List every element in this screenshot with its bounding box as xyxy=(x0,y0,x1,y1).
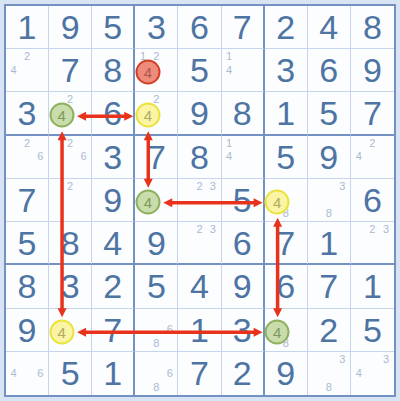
digit: 6 xyxy=(308,49,350,91)
cell-r5c6[interactable]: 5 xyxy=(222,179,265,222)
cell-r4c3[interactable]: 3 xyxy=(92,136,135,179)
cell-r9c3[interactable]: 1 xyxy=(92,352,135,395)
digit: 4 xyxy=(308,6,350,48)
cell-r9c8[interactable]: 38 xyxy=(308,352,351,395)
cell-r5c7[interactable]: 84 xyxy=(265,179,308,222)
pencil-mark: 2 xyxy=(63,137,76,150)
cell-r5c8[interactable]: 38 xyxy=(308,179,351,222)
cell-r3c6[interactable]: 8 xyxy=(222,92,265,135)
digit: 8 xyxy=(92,49,133,91)
pencil-marks: 68 xyxy=(136,353,176,394)
candidate-circle-yellow: 4 xyxy=(49,319,74,344)
digit: 4 xyxy=(92,222,133,263)
candidate-circle-green: 4 xyxy=(49,103,74,128)
pencil-marks: 38 xyxy=(309,180,349,220)
digit: 6 xyxy=(265,265,307,307)
candidate-circle-green: 4 xyxy=(135,190,160,215)
digit: 7 xyxy=(49,49,91,91)
cell-r7c6[interactable]: 9 xyxy=(222,265,265,308)
cell-r3c2[interactable]: 24 xyxy=(49,92,92,135)
pencil-mark: 3 xyxy=(336,180,349,193)
pencil-mark: 1 xyxy=(223,50,236,63)
candidate-circle-red: 4 xyxy=(135,60,160,85)
pencil-mark: 6 xyxy=(163,323,176,336)
digit: 5 xyxy=(135,265,177,307)
digit: 1 xyxy=(351,265,394,307)
cell-r7c3[interactable]: 2 xyxy=(92,265,135,308)
cell-r7c1[interactable]: 8 xyxy=(6,265,49,308)
digit: 5 xyxy=(351,309,394,351)
cell-r2c4[interactable]: 124 xyxy=(135,49,178,92)
cell-r8c5[interactable]: 1 xyxy=(178,309,221,352)
cell-r6c4[interactable]: 9 xyxy=(135,222,178,265)
pencil-mark: 6 xyxy=(34,367,47,381)
digit: 7 xyxy=(265,222,307,263)
digit: 3 xyxy=(265,49,307,91)
digit: 8 xyxy=(351,6,394,48)
pencil-marks: 26 xyxy=(50,137,90,177)
pencil-mark: 2 xyxy=(63,180,76,193)
pencil-mark: 4 xyxy=(7,64,20,77)
pencil-mark: 4 xyxy=(7,367,20,381)
cell-r3c7[interactable]: 1 xyxy=(265,92,308,135)
cell-r1c1[interactable]: 1 xyxy=(6,6,49,49)
cell-r5c3[interactable]: 9 xyxy=(92,179,135,222)
cell-r4c8[interactable]: 9 xyxy=(308,136,351,179)
cell-r1c9[interactable]: 8 xyxy=(351,6,394,49)
pencil-mark: 4 xyxy=(352,367,366,381)
candidate-circle-green: 4 xyxy=(265,319,290,344)
cell-r2c9[interactable]: 9 xyxy=(351,49,394,92)
cell-r4c1[interactable]: 26 xyxy=(6,136,49,179)
digit: 9 xyxy=(6,309,48,351)
pencil-marks: 68 xyxy=(136,310,176,350)
cell-r8c9[interactable]: 5 xyxy=(351,309,394,352)
digit: 8 xyxy=(222,92,263,133)
cell-r2c5[interactable]: 5 xyxy=(178,49,221,92)
pencil-mark: 6 xyxy=(77,150,90,163)
pencil-mark: 8 xyxy=(150,380,163,394)
digit: 9 xyxy=(351,49,394,91)
cell-r2c3[interactable]: 8 xyxy=(92,49,135,92)
pencil-mark: 8 xyxy=(322,380,335,394)
digit: 5 xyxy=(308,92,350,133)
pencil-mark: 3 xyxy=(336,353,349,367)
digit: 1 xyxy=(178,309,220,351)
digit: 1 xyxy=(265,92,307,133)
pencil-marks: 23 xyxy=(352,223,393,262)
cell-r7c2[interactable]: 3 xyxy=(49,265,92,308)
pencil-marks: 14 xyxy=(223,50,262,90)
digit: 9 xyxy=(308,136,350,178)
cell-r2c7[interactable]: 3 xyxy=(265,49,308,92)
cell-r8c1[interactable]: 9 xyxy=(6,309,49,352)
pencil-marks: 46 xyxy=(7,353,47,394)
cell-r4c6[interactable]: 14 xyxy=(222,136,265,179)
cell-r2c2[interactable]: 7 xyxy=(49,49,92,92)
digit: 9 xyxy=(92,179,133,221)
cell-r1c7[interactable]: 2 xyxy=(265,6,308,49)
cell-r3c9[interactable]: 7 xyxy=(351,92,394,135)
pencil-mark: 6 xyxy=(34,150,47,163)
cell-r7c4[interactable]: 5 xyxy=(135,265,178,308)
cell-r3c4[interactable]: 24 xyxy=(135,92,178,135)
digit: 2 xyxy=(265,6,307,48)
cell-r3c5[interactable]: 9 xyxy=(178,92,221,135)
cell-r5c5[interactable]: 23 xyxy=(178,179,221,222)
cell-r3c3[interactable]: 6 xyxy=(92,92,135,135)
digit: 6 xyxy=(222,222,263,263)
pencil-mark: 2 xyxy=(193,180,206,193)
pencil-marks: 23 xyxy=(179,180,219,220)
pencil-mark: 6 xyxy=(163,367,176,381)
digit: 3 xyxy=(6,92,48,133)
pencil-mark: 3 xyxy=(206,223,219,236)
cell-r5c4[interactable]: 4 xyxy=(135,179,178,222)
cell-r7c8[interactable]: 7 xyxy=(308,265,351,308)
sudoku-board: 1953672482478124514369324624981572626378… xyxy=(4,4,396,397)
cell-r8c3[interactable]: 7 xyxy=(92,309,135,352)
cell-r4c9[interactable]: 24 xyxy=(351,136,394,179)
cell-r1c8[interactable]: 4 xyxy=(308,6,351,49)
cell-r1c2[interactable]: 9 xyxy=(49,6,92,49)
pencil-mark: 2 xyxy=(366,137,380,150)
cell-r6c6[interactable]: 6 xyxy=(222,222,265,265)
digit: 7 xyxy=(308,265,350,307)
cell-r9c7[interactable]: 9 xyxy=(265,352,308,395)
cell-r1c5[interactable]: 6 xyxy=(178,6,221,49)
digit: 3 xyxy=(222,309,263,351)
cell-r6c7[interactable]: 7 xyxy=(265,222,308,265)
digit: 4 xyxy=(178,265,220,307)
digit: 9 xyxy=(135,222,177,263)
cell-r4c7[interactable]: 5 xyxy=(265,136,308,179)
cell-r9c5[interactable]: 7 xyxy=(178,352,221,395)
digit: 8 xyxy=(178,136,220,178)
cell-r8c7[interactable]: 84 xyxy=(265,309,308,352)
pencil-marks: 34 xyxy=(352,353,393,394)
digit: 5 xyxy=(6,222,48,263)
pencil-marks: 2 xyxy=(50,180,90,220)
cell-r3c1[interactable]: 3 xyxy=(6,92,49,135)
candidate-circle-yellow: 4 xyxy=(135,103,160,128)
digit: 7 xyxy=(6,179,48,221)
digit: 9 xyxy=(265,352,307,395)
cell-r9c1[interactable]: 46 xyxy=(6,352,49,395)
digit: 2 xyxy=(222,352,263,395)
pencil-marks: 23 xyxy=(179,223,219,262)
digit: 8 xyxy=(49,222,91,263)
digit: 9 xyxy=(49,6,91,48)
pencil-mark: 3 xyxy=(206,180,219,193)
digit: 6 xyxy=(92,92,133,133)
cell-r6c8[interactable]: 1 xyxy=(308,222,351,265)
cell-r1c6[interactable]: 7 xyxy=(222,6,265,49)
cell-r8c8[interactable]: 2 xyxy=(308,309,351,352)
pencil-marks: 24 xyxy=(7,50,47,90)
pencil-mark: 4 xyxy=(223,64,236,77)
cell-r6c9[interactable]: 23 xyxy=(351,222,394,265)
pencil-mark: 8 xyxy=(322,207,335,220)
digit: 8 xyxy=(6,265,48,307)
digit: 1 xyxy=(308,222,350,263)
cell-r2c8[interactable]: 6 xyxy=(308,49,351,92)
digit: 3 xyxy=(92,136,133,178)
cell-r3c8[interactable]: 5 xyxy=(308,92,351,135)
digit: 9 xyxy=(178,92,220,133)
digit: 7 xyxy=(222,6,263,48)
cell-r7c5[interactable]: 4 xyxy=(178,265,221,308)
digit: 1 xyxy=(6,6,48,48)
digit: 5 xyxy=(92,6,133,48)
cell-r1c3[interactable]: 5 xyxy=(92,6,135,49)
digit: 9 xyxy=(222,265,263,307)
digit: 1 xyxy=(92,352,133,395)
cell-r9c6[interactable]: 2 xyxy=(222,352,265,395)
cell-r6c3[interactable]: 4 xyxy=(92,222,135,265)
digit: 6 xyxy=(178,6,220,48)
cell-r2c1[interactable]: 24 xyxy=(6,49,49,92)
pencil-mark: 2 xyxy=(20,137,33,150)
pencil-mark: 3 xyxy=(379,353,393,367)
digit: 5 xyxy=(49,352,91,395)
digit: 7 xyxy=(351,92,394,133)
digit: 2 xyxy=(92,265,133,307)
pencil-marks: 26 xyxy=(7,137,47,177)
digit: 7 xyxy=(178,352,220,395)
digit: 7 xyxy=(135,136,177,178)
cell-r7c9[interactable]: 1 xyxy=(351,265,394,308)
cell-r5c1[interactable]: 7 xyxy=(6,179,49,222)
pencil-mark: 1 xyxy=(223,137,236,150)
cell-r5c9[interactable]: 6 xyxy=(351,179,394,222)
pencil-marks: 24 xyxy=(352,137,393,177)
pencil-mark: 2 xyxy=(20,50,33,63)
cell-r5c2[interactable]: 2 xyxy=(49,179,92,222)
cell-r6c2[interactable]: 8 xyxy=(49,222,92,265)
candidate-circle-yellow: 4 xyxy=(265,190,290,215)
pencil-mark: 4 xyxy=(223,150,236,163)
cell-r6c5[interactable]: 23 xyxy=(178,222,221,265)
cell-r2c6[interactable]: 14 xyxy=(222,49,265,92)
cell-r4c4[interactable]: 7 xyxy=(135,136,178,179)
digit: 3 xyxy=(49,265,91,307)
digit: 3 xyxy=(135,6,177,48)
cell-r8c6[interactable]: 3 xyxy=(222,309,265,352)
cell-r1c4[interactable]: 3 xyxy=(135,6,178,49)
cell-r6c1[interactable]: 5 xyxy=(6,222,49,265)
pencil-mark: 3 xyxy=(379,223,393,236)
cell-r8c4[interactable]: 68 xyxy=(135,309,178,352)
digit: 5 xyxy=(265,136,307,178)
digit: 6 xyxy=(351,179,394,221)
pencil-mark: 2 xyxy=(366,223,380,236)
cell-r4c2[interactable]: 26 xyxy=(49,136,92,179)
cell-r4c5[interactable]: 8 xyxy=(178,136,221,179)
pencil-mark: 4 xyxy=(352,150,366,163)
digit: 2 xyxy=(308,309,350,351)
digit: 5 xyxy=(178,49,220,91)
cell-r9c9[interactable]: 34 xyxy=(351,352,394,395)
pencil-marks: 14 xyxy=(223,137,262,177)
digit: 5 xyxy=(222,179,263,221)
pencil-marks: 38 xyxy=(309,353,349,394)
cell-r9c2[interactable]: 5 xyxy=(49,352,92,395)
pencil-mark: 2 xyxy=(193,223,206,236)
cell-r9c4[interactable]: 68 xyxy=(135,352,178,395)
cell-r7c7[interactable]: 6 xyxy=(265,265,308,308)
pencil-mark: 8 xyxy=(150,336,163,349)
cell-r8c2[interactable]: 4 xyxy=(49,309,92,352)
digit: 7 xyxy=(92,309,133,351)
